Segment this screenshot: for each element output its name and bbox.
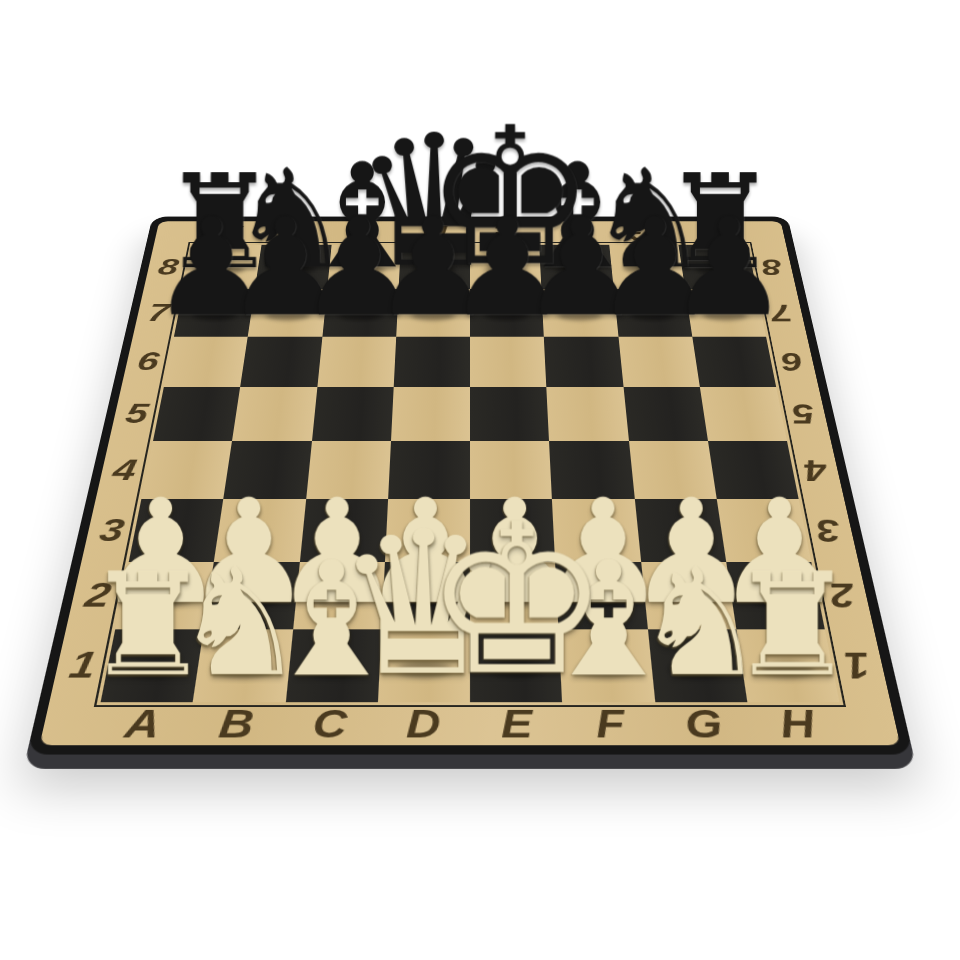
- file-label-top-h: H: [696, 221, 725, 245]
- file-label-top-a: A: [214, 221, 243, 245]
- product-photo-stage: 88AA77BB66CC55DD44EE33FF22GG11HH ♜♞♝♛♚♝♞…: [0, 0, 960, 960]
- board-scene: 88AA77BB66CC55DD44EE33FF22GG11HH ♜♞♝♛♚♝♞…: [100, 71, 840, 811]
- file-label-top-g: G: [627, 221, 657, 245]
- file-label-top-d: D: [423, 221, 449, 245]
- piece-white-king[interactable]: ♚: [411, 497, 621, 705]
- file-label-top-c: C: [353, 221, 380, 245]
- file-label-top-f: F: [562, 221, 585, 245]
- pieces-layer: ♜♞♝♛♚♝♞♜♟♟♟♟♟♟♟♟♟♟♟♟♟♟♟♟♜♞♝♛♚♝♞♜: [101, 245, 840, 703]
- file-label-top-b: B: [284, 221, 312, 245]
- file-label-top-e: E: [493, 221, 517, 245]
- chess-board: 88AA77BB66CC55DD44EE33FF22GG11HH ♜♞♝♛♚♝♞…: [27, 217, 914, 755]
